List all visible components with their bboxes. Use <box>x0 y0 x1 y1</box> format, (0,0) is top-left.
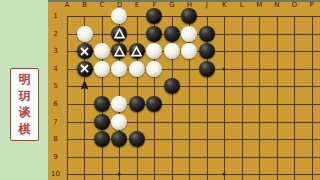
black-stone[interactable] <box>199 26 215 42</box>
board-point-E6[interactable] <box>128 95 145 113</box>
black-stone[interactable] <box>111 43 127 59</box>
board-point-J4[interactable] <box>198 60 215 78</box>
board-point-C3[interactable] <box>93 42 110 60</box>
black-stone[interactable] <box>199 43 215 59</box>
banner-char: 玥 <box>19 90 31 103</box>
board-point-F6[interactable] <box>146 95 163 113</box>
board-point-F3[interactable] <box>146 42 163 60</box>
banner-char: 谈 <box>19 106 31 119</box>
board-point-C8[interactable] <box>93 130 110 148</box>
triangle-marker-icon <box>129 43 145 59</box>
board-point-D8[interactable] <box>111 130 128 148</box>
triangle-marker-icon <box>111 26 127 42</box>
board-point-B4[interactable] <box>76 60 93 78</box>
black-stone[interactable] <box>146 96 162 112</box>
black-stone[interactable] <box>94 131 110 147</box>
white-stone[interactable] <box>181 26 197 42</box>
banner-char: 明 <box>19 73 31 86</box>
white-stone[interactable] <box>129 61 145 77</box>
board-point-J3[interactable] <box>198 42 215 60</box>
board-point-G2[interactable] <box>163 25 180 43</box>
board-point-D2[interactable] <box>111 25 128 43</box>
triangle-marker-icon <box>111 43 127 59</box>
board-point-D7[interactable] <box>111 113 128 131</box>
black-stone[interactable] <box>146 8 162 24</box>
black-stone[interactable] <box>146 26 162 42</box>
board-point-D1[interactable] <box>111 7 128 25</box>
board-point-J2[interactable] <box>198 25 215 43</box>
board-point-F4[interactable] <box>146 60 163 78</box>
white-stone[interactable] <box>164 43 180 59</box>
white-stone[interactable] <box>111 96 127 112</box>
board-point-C6[interactable] <box>93 95 110 113</box>
black-stone[interactable] <box>77 43 93 59</box>
board-point-E4[interactable] <box>128 60 145 78</box>
board-point-C7[interactable] <box>93 113 110 131</box>
video-frame: 明 玥 谈 棋 ABCDEFGHJKLMNOP12345678910 A <box>0 0 320 180</box>
black-stone[interactable] <box>111 131 127 147</box>
board-point-E3[interactable] <box>128 42 145 60</box>
black-stone[interactable] <box>94 96 110 112</box>
black-stone[interactable] <box>199 61 215 77</box>
cross-marker-icon <box>77 61 93 77</box>
white-stone[interactable] <box>181 43 197 59</box>
white-stone[interactable] <box>94 43 110 59</box>
white-stone[interactable] <box>111 61 127 77</box>
board-point-C4[interactable] <box>93 60 110 78</box>
cross-marker-icon <box>77 43 93 59</box>
black-stone[interactable] <box>129 96 145 112</box>
black-stone[interactable] <box>111 26 127 42</box>
point-letter-label: A <box>81 82 88 91</box>
white-stone[interactable] <box>77 26 93 42</box>
white-stone[interactable] <box>146 43 162 59</box>
board-point-E8[interactable] <box>128 130 145 148</box>
board-point-G3[interactable] <box>163 42 180 60</box>
black-stone[interactable] <box>164 26 180 42</box>
stone-grid[interactable]: A <box>58 7 320 180</box>
black-stone[interactable] <box>181 8 197 24</box>
channel-banner: 明 玥 谈 棋 <box>10 68 39 141</box>
board-point-D6[interactable] <box>111 95 128 113</box>
board-point-B5[interactable]: A <box>76 78 93 96</box>
channel-sidebar: 明 玥 谈 棋 <box>0 0 48 180</box>
board-point-D4[interactable] <box>111 60 128 78</box>
black-stone[interactable] <box>94 114 110 130</box>
board-point-F2[interactable] <box>146 25 163 43</box>
board-point-H1[interactable] <box>181 7 198 25</box>
board-point-H2[interactable] <box>181 25 198 43</box>
black-stone[interactable] <box>129 131 145 147</box>
white-stone[interactable] <box>94 61 110 77</box>
white-stone[interactable] <box>146 61 162 77</box>
black-stone[interactable] <box>77 61 93 77</box>
board-point-B2[interactable] <box>76 25 93 43</box>
board-point-F1[interactable] <box>146 7 163 25</box>
white-stone[interactable] <box>111 114 127 130</box>
black-stone[interactable] <box>129 43 145 59</box>
board-point-D3[interactable] <box>111 42 128 60</box>
white-stone[interactable] <box>111 8 127 24</box>
black-stone[interactable] <box>164 78 180 94</box>
board-point-B3[interactable] <box>76 42 93 60</box>
board-point-G5[interactable] <box>163 78 180 96</box>
banner-char: 棋 <box>19 123 31 136</box>
go-board[interactable]: ABCDEFGHJKLMNOP12345678910 A <box>48 0 320 180</box>
board-point-H3[interactable] <box>181 42 198 60</box>
